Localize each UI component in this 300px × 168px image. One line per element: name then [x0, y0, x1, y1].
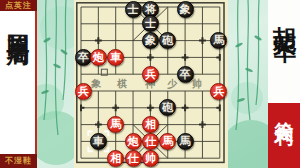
river-character: 象	[91, 77, 101, 91]
piece-red-elephant[interactable]: 相	[107, 150, 124, 167]
black-player-name: 胡荣华	[268, 7, 300, 103]
red-player-nameplate: 徐天利	[268, 103, 300, 168]
xiangqi-board[interactable]: 象棋神少帅 士将象士象砲馬卒炮車兵卒兵兵砲馬相車炮仕馬馬相仕帅	[74, 0, 228, 168]
piece-red-soldier[interactable]: 兵	[75, 83, 92, 100]
river-character: 棋	[117, 77, 127, 91]
bottom-ribbon: 不湿鞋	[0, 154, 37, 168]
series-title-box: 国手名局 19	[0, 11, 37, 154]
top-ribbon-label: 点英注	[5, 1, 32, 10]
piece-black-chariot[interactable]: 車	[90, 133, 107, 150]
piece-red-advisor[interactable]: 仕	[125, 150, 142, 167]
river-character: 少	[167, 77, 177, 91]
piece-red-cannon[interactable]: 炮	[90, 49, 107, 66]
piece-black-elephant[interactable]: 象	[177, 1, 194, 18]
piece-red-soldier[interactable]: 兵	[142, 66, 159, 83]
piece-red-cannon[interactable]: 炮	[125, 133, 142, 150]
river-character: 帅	[192, 77, 202, 91]
series-panel: 点英注 国手名局 19 不湿鞋	[0, 0, 37, 168]
red-player-name: 徐天利	[269, 107, 299, 168]
piece-black-elephant[interactable]: 象	[142, 32, 159, 49]
players-panel: 胡荣华 徐天利	[268, 0, 300, 168]
piece-black-soldier[interactable]: 卒	[177, 66, 194, 83]
black-player-nameplate: 胡荣华	[268, 0, 300, 103]
piece-red-elephant[interactable]: 相	[142, 116, 159, 133]
piece-red-general[interactable]: 帅	[142, 150, 159, 167]
piece-red-advisor[interactable]: 仕	[142, 133, 159, 150]
piece-black-horse[interactable]: 馬	[177, 133, 194, 150]
piece-black-advisor[interactable]: 士	[125, 1, 142, 18]
piece-red-chariot[interactable]: 車	[107, 49, 124, 66]
game-number: 19	[7, 30, 28, 55]
thumbnail-root: { "game": "xiangqi", "left_panel": { "to…	[0, 0, 300, 168]
bottom-ribbon-label: 不湿鞋	[5, 156, 32, 165]
top-ribbon: 点英注	[0, 0, 37, 11]
series-title: 国手名局	[1, 16, 35, 28]
piece-red-soldier[interactable]: 兵	[210, 83, 227, 100]
